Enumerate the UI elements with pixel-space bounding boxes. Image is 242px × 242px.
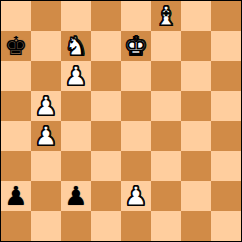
square-c2[interactable]: ♟: [61, 181, 91, 211]
square-e4[interactable]: [121, 121, 151, 151]
square-a1[interactable]: [1, 211, 31, 241]
square-g7[interactable]: [181, 31, 211, 61]
square-e3[interactable]: [121, 151, 151, 181]
square-c1[interactable]: [61, 211, 91, 241]
square-f7[interactable]: [151, 31, 181, 61]
square-f5[interactable]: [151, 91, 181, 121]
square-f1[interactable]: [151, 211, 181, 241]
square-e1[interactable]: [121, 211, 151, 241]
square-b7[interactable]: [31, 31, 61, 61]
black-pawn-a2[interactable]: ♟: [4, 181, 27, 211]
square-a5[interactable]: [1, 91, 31, 121]
square-c6[interactable]: ♟: [61, 61, 91, 91]
square-g5[interactable]: [181, 91, 211, 121]
square-g2[interactable]: [181, 181, 211, 211]
black-king-a7[interactable]: ♚: [4, 31, 27, 61]
square-f3[interactable]: [151, 151, 181, 181]
square-h5[interactable]: [211, 91, 241, 121]
square-b8[interactable]: [31, 1, 61, 31]
white-king-e7[interactable]: ♚: [124, 31, 147, 61]
square-d7[interactable]: [91, 31, 121, 61]
white-knight-c7[interactable]: ♞: [64, 31, 87, 61]
square-a8[interactable]: [1, 1, 31, 31]
square-e7[interactable]: ♚: [121, 31, 151, 61]
square-d1[interactable]: [91, 211, 121, 241]
square-f8[interactable]: ♝: [151, 1, 181, 31]
square-f4[interactable]: [151, 121, 181, 151]
square-b3[interactable]: [31, 151, 61, 181]
square-a6[interactable]: [1, 61, 31, 91]
white-pawn-b4[interactable]: ♟: [34, 121, 57, 151]
square-h2[interactable]: [211, 181, 241, 211]
square-e2[interactable]: ♟: [121, 181, 151, 211]
square-b4[interactable]: ♟: [31, 121, 61, 151]
square-d8[interactable]: [91, 1, 121, 31]
square-b5[interactable]: ♟: [31, 91, 61, 121]
square-a2[interactable]: ♟: [1, 181, 31, 211]
chess-board-container: ♝♚♞♚♟♟♟♟♟♟: [0, 0, 242, 242]
square-d6[interactable]: [91, 61, 121, 91]
square-a7[interactable]: ♚: [1, 31, 31, 61]
square-g1[interactable]: [181, 211, 211, 241]
square-h4[interactable]: [211, 121, 241, 151]
square-c8[interactable]: [61, 1, 91, 31]
white-pawn-e2[interactable]: ♟: [124, 181, 147, 211]
square-c3[interactable]: [61, 151, 91, 181]
white-pawn-c6[interactable]: ♟: [64, 61, 87, 91]
square-b2[interactable]: [31, 181, 61, 211]
square-e8[interactable]: [121, 1, 151, 31]
square-b6[interactable]: [31, 61, 61, 91]
square-g6[interactable]: [181, 61, 211, 91]
square-c5[interactable]: [61, 91, 91, 121]
square-a3[interactable]: [1, 151, 31, 181]
square-d3[interactable]: [91, 151, 121, 181]
square-a4[interactable]: [1, 121, 31, 151]
square-g3[interactable]: [181, 151, 211, 181]
square-c4[interactable]: [61, 121, 91, 151]
square-e6[interactable]: [121, 61, 151, 91]
white-bishop-f8[interactable]: ♝: [154, 1, 177, 31]
square-g8[interactable]: [181, 1, 211, 31]
square-h1[interactable]: [211, 211, 241, 241]
square-c7[interactable]: ♞: [61, 31, 91, 61]
square-f2[interactable]: [151, 181, 181, 211]
square-d2[interactable]: [91, 181, 121, 211]
square-d4[interactable]: [91, 121, 121, 151]
square-h6[interactable]: [211, 61, 241, 91]
square-g4[interactable]: [181, 121, 211, 151]
square-f6[interactable]: [151, 61, 181, 91]
square-d5[interactable]: [91, 91, 121, 121]
chess-board: ♝♚♞♚♟♟♟♟♟♟: [0, 0, 242, 242]
square-h3[interactable]: [211, 151, 241, 181]
white-pawn-b5[interactable]: ♟: [34, 91, 57, 121]
square-b1[interactable]: [31, 211, 61, 241]
square-e5[interactable]: [121, 91, 151, 121]
black-pawn-c2[interactable]: ♟: [64, 181, 87, 211]
square-h7[interactable]: [211, 31, 241, 61]
square-h8[interactable]: [211, 1, 241, 31]
